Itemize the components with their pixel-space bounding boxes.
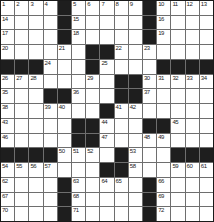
cell-r6c14[interactable]: 33 bbox=[186, 75, 199, 89]
cell-r2c1[interactable]: 14 bbox=[1, 16, 14, 30]
clue-number: 6 bbox=[87, 1, 90, 8]
cell-r4c5[interactable]: 21 bbox=[58, 45, 71, 59]
black-cell-r4c7 bbox=[86, 45, 99, 59]
crossword-board: 1234567891011121314151617181920212223242… bbox=[0, 0, 214, 222]
cell-r4c13[interactable] bbox=[171, 45, 184, 59]
black-cell-r5c15 bbox=[200, 60, 213, 74]
clue-number: 68 bbox=[73, 193, 79, 200]
black-cell-r11c3 bbox=[29, 148, 42, 162]
clue-number: 26 bbox=[2, 75, 8, 82]
clue-number: 52 bbox=[87, 148, 93, 155]
cell-r9c5[interactable] bbox=[58, 119, 71, 133]
black-cell-r3c11 bbox=[143, 30, 156, 44]
clue-number: 60 bbox=[187, 163, 193, 170]
black-cell-r11c1 bbox=[1, 148, 14, 162]
cell-r15c4[interactable] bbox=[44, 207, 57, 221]
cell-r4c9[interactable]: 22 bbox=[115, 45, 128, 59]
cell-r8c9[interactable]: 41 bbox=[115, 104, 128, 118]
cell-r7c2[interactable] bbox=[15, 89, 28, 103]
clue-number: 51 bbox=[73, 148, 79, 155]
cell-r3c8[interactable] bbox=[100, 30, 113, 44]
black-cell-r2c5 bbox=[58, 16, 71, 30]
black-cell-r5c7 bbox=[86, 60, 99, 74]
clue-number: 25 bbox=[101, 60, 107, 67]
clue-number: 39 bbox=[45, 104, 51, 111]
cell-r13c2[interactable] bbox=[15, 178, 28, 192]
cell-r15c12[interactable]: 72 bbox=[157, 207, 170, 221]
cell-r15c15[interactable] bbox=[200, 207, 213, 221]
black-cell-r1c11 bbox=[143, 1, 156, 15]
cell-r9c15[interactable] bbox=[200, 119, 213, 133]
black-cell-r6c10 bbox=[129, 75, 142, 89]
cell-r7c8[interactable] bbox=[100, 89, 113, 103]
cell-r9c8[interactable]: 44 bbox=[100, 119, 113, 133]
cell-r4c3[interactable] bbox=[29, 45, 42, 59]
cell-r6c4[interactable] bbox=[44, 75, 57, 89]
clue-number: 10 bbox=[158, 1, 164, 8]
cell-r11c5[interactable]: 50 bbox=[58, 148, 71, 162]
clue-number: 47 bbox=[101, 134, 107, 141]
cell-r10c10[interactable] bbox=[129, 134, 142, 148]
cell-r4c15[interactable] bbox=[200, 45, 213, 59]
cell-r3c14[interactable] bbox=[186, 30, 199, 44]
clue-number: 69 bbox=[158, 193, 164, 200]
cell-r3c2[interactable] bbox=[15, 30, 28, 44]
clue-number: 35 bbox=[2, 89, 8, 96]
cell-r13c3[interactable] bbox=[29, 178, 42, 192]
black-cell-r13c11 bbox=[143, 178, 156, 192]
cell-r15c13[interactable] bbox=[171, 207, 184, 221]
clue-number: 57 bbox=[45, 163, 51, 170]
cell-r2c3[interactable] bbox=[29, 16, 42, 30]
clue-number: 2 bbox=[16, 1, 19, 8]
cell-r15c10[interactable] bbox=[129, 207, 142, 221]
black-cell-r11c2 bbox=[15, 148, 28, 162]
cell-r14c2[interactable] bbox=[15, 193, 28, 207]
black-cell-r13c5 bbox=[58, 178, 71, 192]
cell-r8c10[interactable]: 42 bbox=[129, 104, 142, 118]
black-cell-r10c7 bbox=[86, 134, 99, 148]
clue-number: 71 bbox=[73, 207, 79, 214]
black-cell-r11c4 bbox=[44, 148, 57, 162]
black-cell-r5c1 bbox=[1, 60, 14, 74]
cell-r8c7[interactable] bbox=[86, 104, 99, 118]
cell-r5c8[interactable]: 25 bbox=[100, 60, 113, 74]
cell-r9c3[interactable] bbox=[29, 119, 42, 133]
black-cell-r1c5 bbox=[58, 1, 71, 15]
cell-r14c12[interactable]: 69 bbox=[157, 193, 170, 207]
clue-number: 37 bbox=[144, 89, 150, 96]
cell-r10c11[interactable]: 48 bbox=[143, 134, 156, 148]
black-cell-r6c9 bbox=[115, 75, 128, 89]
cell-r2c14[interactable] bbox=[186, 16, 199, 30]
cell-r12c5[interactable] bbox=[58, 163, 71, 177]
black-cell-r5c2 bbox=[15, 60, 28, 74]
cell-r11c10[interactable]: 53 bbox=[129, 148, 142, 162]
cell-r8c3[interactable] bbox=[29, 104, 42, 118]
cell-r7c15[interactable] bbox=[200, 89, 213, 103]
clue-number: 70 bbox=[2, 207, 8, 214]
clue-number: 72 bbox=[158, 207, 164, 214]
clue-number: 54 bbox=[2, 163, 8, 170]
cell-r10c3[interactable] bbox=[29, 134, 42, 148]
black-cell-r9c7 bbox=[86, 119, 99, 133]
clue-number: 63 bbox=[73, 178, 79, 185]
clue-number: 9 bbox=[130, 1, 133, 8]
cell-r7c13[interactable] bbox=[171, 89, 184, 103]
clue-number: 48 bbox=[144, 134, 150, 141]
black-cell-r3c5 bbox=[58, 30, 71, 44]
cell-r3c6[interactable]: 18 bbox=[72, 30, 85, 44]
cell-r7c6[interactable]: 36 bbox=[72, 89, 85, 103]
cell-r1c1[interactable]: 1 bbox=[1, 1, 14, 15]
cell-r12c14[interactable]: 60 bbox=[186, 163, 199, 177]
cell-r13c12[interactable]: 66 bbox=[157, 178, 170, 192]
cell-r12c3[interactable]: 56 bbox=[29, 163, 42, 177]
clue-number: 53 bbox=[130, 148, 136, 155]
black-cell-r4c8 bbox=[100, 45, 113, 59]
cell-r8c1[interactable]: 38 bbox=[1, 104, 14, 118]
cell-r2c7[interactable] bbox=[86, 16, 99, 30]
cell-r12c10[interactable]: 58 bbox=[129, 163, 142, 177]
cell-r14c1[interactable]: 67 bbox=[1, 193, 14, 207]
cell-r6c12[interactable]: 31 bbox=[157, 75, 170, 89]
cell-r8c2[interactable] bbox=[15, 104, 28, 118]
black-cell-r5c3 bbox=[29, 60, 42, 74]
cell-r3c7[interactable] bbox=[86, 30, 99, 44]
cell-r10c1[interactable]: 46 bbox=[1, 134, 14, 148]
cell-r15c6[interactable]: 71 bbox=[72, 207, 85, 221]
cell-r9c13[interactable]: 45 bbox=[171, 119, 184, 133]
clue-number: 3 bbox=[30, 1, 33, 8]
clue-number: 13 bbox=[201, 1, 207, 8]
cell-r8c14[interactable] bbox=[186, 104, 199, 118]
cell-r10c5[interactable] bbox=[58, 134, 71, 148]
clue-number: 8 bbox=[116, 1, 119, 8]
clue-number: 32 bbox=[172, 75, 178, 82]
cell-r5c10[interactable] bbox=[129, 60, 142, 74]
black-cell-r9c6 bbox=[72, 119, 85, 133]
clue-number: 45 bbox=[172, 119, 178, 126]
clue-number: 20 bbox=[2, 45, 8, 52]
cell-r6c15[interactable]: 34 bbox=[200, 75, 213, 89]
clue-number: 33 bbox=[187, 75, 193, 82]
black-cell-r14c11 bbox=[143, 193, 156, 207]
clue-number: 43 bbox=[2, 119, 8, 126]
cell-r5c11[interactable] bbox=[143, 60, 156, 74]
cell-r11c6[interactable]: 51 bbox=[72, 148, 85, 162]
cell-r10c13[interactable] bbox=[171, 134, 184, 148]
black-cell-r2c11 bbox=[143, 16, 156, 30]
cell-r6c3[interactable]: 28 bbox=[29, 75, 42, 89]
black-cell-r15c11 bbox=[143, 207, 156, 221]
cell-r10c4[interactable] bbox=[44, 134, 57, 148]
cell-r4c1[interactable]: 20 bbox=[1, 45, 14, 59]
cell-r4c12[interactable] bbox=[157, 45, 170, 59]
cell-r4c4[interactable] bbox=[44, 45, 57, 59]
clue-number: 61 bbox=[201, 163, 207, 170]
cell-r6c8[interactable] bbox=[100, 75, 113, 89]
cell-r8c5[interactable]: 40 bbox=[58, 104, 71, 118]
black-cell-r7c10 bbox=[129, 89, 142, 103]
black-cell-r5c13 bbox=[171, 60, 184, 74]
cell-r6c11[interactable]: 30 bbox=[143, 75, 156, 89]
black-cell-r7c4 bbox=[44, 89, 57, 103]
cell-r3c15[interactable] bbox=[200, 30, 213, 44]
clue-number: 30 bbox=[144, 75, 150, 82]
cell-r14c10[interactable] bbox=[129, 193, 142, 207]
cell-r5c9[interactable] bbox=[115, 60, 128, 74]
clue-number: 41 bbox=[116, 104, 122, 111]
cell-r15c8[interactable] bbox=[100, 207, 113, 221]
cell-r3c13[interactable] bbox=[171, 30, 184, 44]
black-cell-r15c5 bbox=[58, 207, 71, 221]
cell-r9c9[interactable] bbox=[115, 119, 128, 133]
cell-r10c12[interactable]: 49 bbox=[157, 134, 170, 148]
cell-r11c8[interactable] bbox=[100, 148, 113, 162]
cell-r3c10[interactable] bbox=[129, 30, 142, 44]
cell-r3c4[interactable] bbox=[44, 30, 57, 44]
clue-number: 67 bbox=[2, 193, 8, 200]
black-cell-r10c6 bbox=[72, 134, 85, 148]
cell-r15c2[interactable] bbox=[15, 207, 28, 221]
cell-r1c12[interactable]: 10 bbox=[157, 1, 170, 15]
clue-number: 29 bbox=[87, 75, 93, 82]
clue-number: 4 bbox=[45, 1, 48, 8]
clue-number: 36 bbox=[73, 89, 79, 96]
cell-r13c8[interactable]: 64 bbox=[100, 178, 113, 192]
cell-r11c12[interactable] bbox=[157, 148, 170, 162]
clue-number: 31 bbox=[158, 75, 164, 82]
cell-r13c14[interactable] bbox=[186, 178, 199, 192]
black-cell-r9c11 bbox=[143, 119, 156, 133]
cell-r13c9[interactable]: 65 bbox=[115, 178, 128, 192]
cell-r11c11[interactable] bbox=[143, 148, 156, 162]
cell-r2c15[interactable] bbox=[200, 16, 213, 30]
cell-r7c12[interactable] bbox=[157, 89, 170, 103]
cell-r4c11[interactable]: 23 bbox=[143, 45, 156, 59]
cell-r1c6[interactable]: 5 bbox=[72, 1, 85, 15]
cell-r9c2[interactable] bbox=[15, 119, 28, 133]
cell-r6c5[interactable] bbox=[58, 75, 71, 89]
cell-r7c11[interactable]: 37 bbox=[143, 89, 156, 103]
cell-r2c12[interactable]: 16 bbox=[157, 16, 170, 30]
cell-r11c7[interactable]: 52 bbox=[86, 148, 99, 162]
cell-r6c1[interactable]: 26 bbox=[1, 75, 14, 89]
clue-number: 40 bbox=[59, 104, 65, 111]
black-cell-r12c9 bbox=[115, 163, 128, 177]
cell-r12c1[interactable]: 54 bbox=[1, 163, 14, 177]
black-cell-r11c13 bbox=[171, 148, 184, 162]
cell-r12c11[interactable] bbox=[143, 163, 156, 177]
clue-number: 56 bbox=[30, 163, 36, 170]
clue-number: 21 bbox=[59, 45, 65, 52]
cell-r13c7[interactable] bbox=[86, 178, 99, 192]
clue-number: 55 bbox=[16, 163, 22, 170]
cell-r12c12[interactable] bbox=[157, 163, 170, 177]
clue-number: 27 bbox=[16, 75, 22, 82]
cell-r4c10[interactable] bbox=[129, 45, 142, 59]
cell-r5c5[interactable] bbox=[58, 60, 71, 74]
clue-number: 22 bbox=[116, 45, 122, 52]
black-cell-r11c9 bbox=[115, 148, 128, 162]
cell-r1c14[interactable]: 12 bbox=[186, 1, 199, 15]
cell-r13c6[interactable]: 63 bbox=[72, 178, 85, 192]
cell-r12c15[interactable]: 61 bbox=[200, 163, 213, 177]
clue-number: 65 bbox=[116, 178, 122, 185]
cell-r2c13[interactable] bbox=[171, 16, 184, 30]
cell-r13c15[interactable] bbox=[200, 178, 213, 192]
clue-number: 23 bbox=[144, 45, 150, 52]
cell-r9c1[interactable]: 43 bbox=[1, 119, 14, 133]
clue-number: 14 bbox=[2, 16, 8, 23]
cell-r8c4[interactable]: 39 bbox=[44, 104, 57, 118]
clue-number: 38 bbox=[2, 104, 8, 111]
cell-r8c15[interactable] bbox=[200, 104, 213, 118]
cell-r2c4[interactable] bbox=[44, 16, 57, 30]
cell-r5c6[interactable] bbox=[72, 60, 85, 74]
cell-r13c10[interactable] bbox=[129, 178, 142, 192]
clue-number: 64 bbox=[101, 178, 107, 185]
cell-r4c6[interactable] bbox=[72, 45, 85, 59]
cell-r8c6[interactable] bbox=[72, 104, 85, 118]
cell-r1c10[interactable]: 9 bbox=[129, 1, 142, 15]
cell-r14c6[interactable]: 68 bbox=[72, 193, 85, 207]
cell-r7c1[interactable]: 35 bbox=[1, 89, 14, 103]
clue-number: 15 bbox=[73, 16, 79, 23]
black-cell-r5c12 bbox=[157, 60, 170, 74]
cell-r3c1[interactable]: 17 bbox=[1, 30, 14, 44]
cell-r12c2[interactable]: 55 bbox=[15, 163, 28, 177]
cell-r7c7[interactable] bbox=[86, 89, 99, 103]
clue-number: 17 bbox=[2, 30, 8, 37]
cell-r13c13[interactable] bbox=[171, 178, 184, 192]
cell-r2c9[interactable] bbox=[115, 16, 128, 30]
cell-r2c8[interactable] bbox=[100, 16, 113, 30]
cell-r2c10[interactable] bbox=[129, 16, 142, 30]
black-cell-r7c5 bbox=[58, 89, 71, 103]
clue-number: 12 bbox=[187, 1, 193, 8]
cell-r12c13[interactable]: 59 bbox=[171, 163, 184, 177]
black-cell-r5c14 bbox=[186, 60, 199, 74]
clue-number: 24 bbox=[45, 60, 51, 67]
cell-r1c2[interactable]: 2 bbox=[15, 1, 28, 15]
clue-number: 58 bbox=[130, 163, 136, 170]
cell-r12c7[interactable] bbox=[86, 163, 99, 177]
cell-r4c2[interactable] bbox=[15, 45, 28, 59]
cell-r10c2[interactable] bbox=[15, 134, 28, 148]
cell-r13c1[interactable]: 62 bbox=[1, 178, 14, 192]
cell-r6c13[interactable]: 32 bbox=[171, 75, 184, 89]
cell-r6c2[interactable]: 27 bbox=[15, 75, 28, 89]
black-cell-r14c5 bbox=[58, 193, 71, 207]
clue-number: 46 bbox=[2, 134, 8, 141]
cell-r9c14[interactable] bbox=[186, 119, 199, 133]
cell-r1c4[interactable]: 4 bbox=[44, 1, 57, 15]
cell-r1c8[interactable]: 7 bbox=[100, 1, 113, 15]
black-cell-r8c8 bbox=[100, 104, 113, 118]
clue-number: 28 bbox=[30, 75, 36, 82]
cell-r3c12[interactable]: 19 bbox=[157, 30, 170, 44]
cell-r1c13[interactable]: 11 bbox=[171, 1, 184, 15]
cell-r15c14[interactable] bbox=[186, 207, 199, 221]
cell-r7c3[interactable] bbox=[29, 89, 42, 103]
black-cell-r7c9 bbox=[115, 89, 128, 103]
cell-r9c10[interactable] bbox=[129, 119, 142, 133]
clue-number: 44 bbox=[101, 119, 107, 126]
clue-number: 34 bbox=[201, 75, 207, 82]
cell-r2c2[interactable] bbox=[15, 16, 28, 30]
cell-r2c6[interactable]: 15 bbox=[72, 16, 85, 30]
cell-r14c8[interactable] bbox=[100, 193, 113, 207]
cell-r12c4[interactable]: 57 bbox=[44, 163, 57, 177]
cell-r1c15[interactable]: 13 bbox=[200, 1, 213, 15]
cell-r10c8[interactable]: 47 bbox=[100, 134, 113, 148]
clue-number: 1 bbox=[2, 1, 5, 8]
cell-r5c4[interactable]: 24 bbox=[44, 60, 57, 74]
cell-r14c9[interactable] bbox=[115, 193, 128, 207]
cell-r8c11[interactable] bbox=[143, 104, 156, 118]
cell-r14c15[interactable] bbox=[200, 193, 213, 207]
black-cell-r12c8 bbox=[100, 163, 113, 177]
clue-number: 59 bbox=[172, 163, 178, 170]
cell-r6c6[interactable] bbox=[72, 75, 85, 89]
cell-r8c13[interactable] bbox=[171, 104, 184, 118]
cell-r15c1[interactable]: 70 bbox=[1, 207, 14, 221]
cell-r7c14[interactable] bbox=[186, 89, 199, 103]
cell-r13c4[interactable] bbox=[44, 178, 57, 192]
clue-number: 11 bbox=[172, 1, 177, 8]
cell-r1c7[interactable]: 6 bbox=[86, 1, 99, 15]
cell-r10c9[interactable] bbox=[115, 134, 128, 148]
black-cell-r11c14 bbox=[186, 148, 199, 162]
cell-r15c9[interactable] bbox=[115, 207, 128, 221]
cell-r14c14[interactable] bbox=[186, 193, 199, 207]
clue-number: 16 bbox=[158, 16, 164, 23]
cell-r15c3[interactable] bbox=[29, 207, 42, 221]
cell-r14c13[interactable] bbox=[171, 193, 184, 207]
cell-r15c7[interactable] bbox=[86, 207, 99, 221]
cell-r10c14[interactable] bbox=[186, 134, 199, 148]
cell-r8c12[interactable] bbox=[157, 104, 170, 118]
cell-r1c9[interactable]: 8 bbox=[115, 1, 128, 15]
clue-number: 19 bbox=[158, 30, 164, 37]
cell-r3c9[interactable] bbox=[115, 30, 128, 44]
cell-r9c4[interactable] bbox=[44, 119, 57, 133]
clue-number: 7 bbox=[101, 1, 104, 8]
cell-r10c15[interactable] bbox=[200, 134, 213, 148]
cell-r3c3[interactable] bbox=[29, 30, 42, 44]
cell-r14c7[interactable] bbox=[86, 193, 99, 207]
clue-number: 18 bbox=[73, 30, 79, 37]
clue-number: 66 bbox=[158, 178, 164, 185]
cell-r14c3[interactable] bbox=[29, 193, 42, 207]
clue-number: 49 bbox=[158, 134, 164, 141]
black-cell-r11c15 bbox=[200, 148, 213, 162]
clue-number: 5 bbox=[73, 1, 76, 8]
black-cell-r9c12 bbox=[157, 119, 170, 133]
cell-r6c7[interactable]: 29 bbox=[86, 75, 99, 89]
cell-r12c6[interactable] bbox=[72, 163, 85, 177]
clue-number: 42 bbox=[130, 104, 136, 111]
cell-r4c14[interactable] bbox=[186, 45, 199, 59]
cell-r14c4[interactable] bbox=[44, 193, 57, 207]
clue-number: 50 bbox=[59, 148, 65, 155]
clue-number: 62 bbox=[2, 178, 8, 185]
cell-r1c3[interactable]: 3 bbox=[29, 1, 42, 15]
